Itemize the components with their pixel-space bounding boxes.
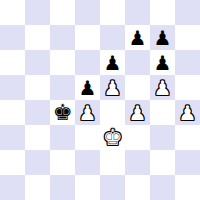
square-g5[interactable]: ♟ xyxy=(150,75,175,100)
square-h8[interactable] xyxy=(175,0,200,25)
chess-board: ♟♟♟♟♟♟♟♚♟♟♟♚ xyxy=(0,0,200,200)
square-c2[interactable] xyxy=(50,150,75,175)
square-g3[interactable] xyxy=(150,125,175,150)
square-g4[interactable] xyxy=(150,100,175,125)
square-a5[interactable] xyxy=(0,75,25,100)
square-a7[interactable] xyxy=(0,25,25,50)
square-d2[interactable] xyxy=(75,150,100,175)
square-a3[interactable] xyxy=(0,125,25,150)
square-b2[interactable] xyxy=(25,150,50,175)
white-pawn[interactable]: ♟ xyxy=(154,78,172,98)
square-d4[interactable]: ♟ xyxy=(75,100,100,125)
black-pawn[interactable]: ♟ xyxy=(154,28,172,48)
square-h5[interactable] xyxy=(175,75,200,100)
black-pawn[interactable]: ♟ xyxy=(79,78,97,98)
square-a1[interactable] xyxy=(0,175,25,200)
square-d7[interactable] xyxy=(75,25,100,50)
white-pawn[interactable]: ♟ xyxy=(104,78,122,98)
square-g1[interactable] xyxy=(150,175,175,200)
square-e3[interactable]: ♚ xyxy=(100,125,125,150)
square-f2[interactable] xyxy=(125,150,150,175)
square-d1[interactable] xyxy=(75,175,100,200)
square-a4[interactable] xyxy=(0,100,25,125)
square-g6[interactable]: ♟ xyxy=(150,50,175,75)
square-b1[interactable] xyxy=(25,175,50,200)
square-g8[interactable] xyxy=(150,0,175,25)
square-c5[interactable] xyxy=(50,75,75,100)
square-h4[interactable]: ♟ xyxy=(175,100,200,125)
square-e6[interactable]: ♟ xyxy=(100,50,125,75)
square-c8[interactable] xyxy=(50,0,75,25)
square-f3[interactable] xyxy=(125,125,150,150)
square-f5[interactable] xyxy=(125,75,150,100)
black-king[interactable]: ♚ xyxy=(53,102,73,124)
square-b3[interactable] xyxy=(25,125,50,150)
square-f4[interactable]: ♟ xyxy=(125,100,150,125)
square-d6[interactable] xyxy=(75,50,100,75)
square-f7[interactable]: ♟ xyxy=(125,25,150,50)
square-d5[interactable]: ♟ xyxy=(75,75,100,100)
square-b4[interactable] xyxy=(25,100,50,125)
square-g2[interactable] xyxy=(150,150,175,175)
square-f8[interactable] xyxy=(125,0,150,25)
square-h7[interactable] xyxy=(175,25,200,50)
square-e1[interactable] xyxy=(100,175,125,200)
square-h2[interactable] xyxy=(175,150,200,175)
square-h3[interactable] xyxy=(175,125,200,150)
square-g7[interactable]: ♟ xyxy=(150,25,175,50)
square-c6[interactable] xyxy=(50,50,75,75)
square-e4[interactable] xyxy=(100,100,125,125)
square-f1[interactable] xyxy=(125,175,150,200)
square-h1[interactable] xyxy=(175,175,200,200)
square-b5[interactable] xyxy=(25,75,50,100)
square-a6[interactable] xyxy=(0,50,25,75)
black-pawn[interactable]: ♟ xyxy=(154,53,172,73)
square-d8[interactable] xyxy=(75,0,100,25)
square-c1[interactable] xyxy=(50,175,75,200)
white-pawn[interactable]: ♟ xyxy=(79,103,97,123)
square-b6[interactable] xyxy=(25,50,50,75)
square-c7[interactable] xyxy=(50,25,75,50)
white-pawn[interactable]: ♟ xyxy=(129,103,147,123)
square-e5[interactable]: ♟ xyxy=(100,75,125,100)
square-e2[interactable] xyxy=(100,150,125,175)
square-d3[interactable] xyxy=(75,125,100,150)
square-c3[interactable] xyxy=(50,125,75,150)
white-king[interactable]: ♚ xyxy=(103,127,123,149)
square-b7[interactable] xyxy=(25,25,50,50)
square-c4[interactable]: ♚ xyxy=(50,100,75,125)
square-a8[interactable] xyxy=(0,0,25,25)
square-b8[interactable] xyxy=(25,0,50,25)
square-e8[interactable] xyxy=(100,0,125,25)
square-a2[interactable] xyxy=(0,150,25,175)
white-pawn[interactable]: ♟ xyxy=(179,103,197,123)
black-pawn[interactable]: ♟ xyxy=(129,28,147,48)
square-f6[interactable] xyxy=(125,50,150,75)
black-pawn[interactable]: ♟ xyxy=(104,53,122,73)
square-h6[interactable] xyxy=(175,50,200,75)
square-e7[interactable] xyxy=(100,25,125,50)
